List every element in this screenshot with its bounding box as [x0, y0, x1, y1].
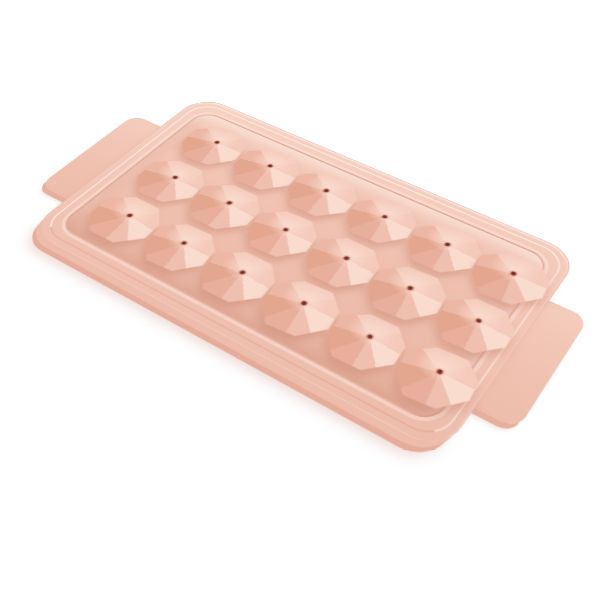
vent-hole-dot — [301, 300, 308, 305]
vent-hole-dot — [436, 368, 444, 374]
vent-hole-dot — [226, 200, 233, 205]
vent-hole-dot — [181, 240, 188, 245]
vent-hole-dot — [323, 188, 330, 192]
vent-hole-dot — [367, 334, 374, 340]
vent-hole-dot — [239, 270, 246, 275]
vent-hole-dot — [214, 140, 220, 144]
vent-hole-dot — [510, 271, 517, 276]
vent-hole-dot — [343, 256, 350, 261]
vent-hole-dot — [475, 318, 482, 323]
vent-hole-dot — [382, 214, 388, 218]
vent-hole-dot — [407, 285, 414, 290]
cavity-grid — [74, 118, 535, 410]
product-photo-scene — [0, 0, 600, 600]
ice-ball-mold-tray — [27, 95, 580, 454]
vent-hole-dot — [267, 164, 273, 168]
vent-hole-dot — [172, 175, 179, 179]
vent-hole-dot — [127, 213, 134, 218]
vent-hole-dot — [283, 227, 290, 232]
vent-hole-dot — [444, 242, 451, 247]
tray-recessed-floor — [57, 110, 552, 425]
perspective-plane — [0, 102, 600, 576]
